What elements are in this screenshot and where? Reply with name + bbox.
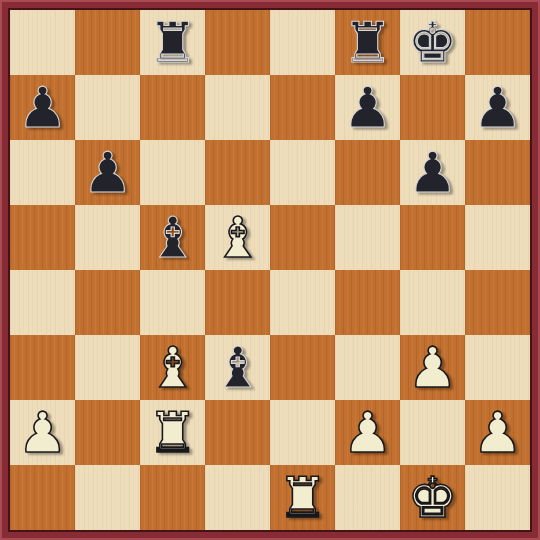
square-h7[interactable]: ♟ [465,75,530,140]
square-h2[interactable]: ♟ [465,400,530,465]
square-a1[interactable] [10,465,75,530]
square-f5[interactable] [335,205,400,270]
square-b7[interactable] [75,75,140,140]
piece-black-rook: ♜ [147,15,197,71]
square-c7[interactable] [140,75,205,140]
square-d8[interactable] [205,10,270,75]
square-b3[interactable] [75,335,140,400]
square-e1[interactable]: ♜ [270,465,335,530]
square-b8[interactable] [75,10,140,75]
square-d4[interactable] [205,270,270,335]
square-a4[interactable] [10,270,75,335]
square-g1[interactable]: ♚ [400,465,465,530]
square-e3[interactable] [270,335,335,400]
piece-white-rook: ♜ [277,470,327,526]
piece-white-pawn: ♟ [472,405,522,461]
piece-black-pawn: ♟ [17,80,67,136]
square-f4[interactable] [335,270,400,335]
square-e7[interactable] [270,75,335,140]
square-b1[interactable] [75,465,140,530]
square-d5[interactable]: ♝ [205,205,270,270]
square-g2[interactable] [400,400,465,465]
square-d1[interactable] [205,465,270,530]
square-a7[interactable]: ♟ [10,75,75,140]
square-h4[interactable] [465,270,530,335]
piece-white-pawn: ♟ [17,405,67,461]
piece-black-pawn: ♟ [82,145,132,201]
square-b5[interactable] [75,205,140,270]
square-h5[interactable] [465,205,530,270]
square-c1[interactable] [140,465,205,530]
square-g7[interactable] [400,75,465,140]
square-g5[interactable] [400,205,465,270]
piece-white-pawn: ♟ [342,405,392,461]
piece-black-king: ♚ [407,15,457,71]
square-e6[interactable] [270,140,335,205]
square-e5[interactable] [270,205,335,270]
square-g8[interactable]: ♚ [400,10,465,75]
square-c4[interactable] [140,270,205,335]
square-f3[interactable] [335,335,400,400]
square-c6[interactable] [140,140,205,205]
piece-black-bishop: ♝ [147,210,197,266]
piece-black-bishop: ♝ [212,340,262,396]
piece-white-pawn: ♟ [407,340,457,396]
square-e2[interactable] [270,400,335,465]
square-g3[interactable]: ♟ [400,335,465,400]
square-d3[interactable]: ♝ [205,335,270,400]
square-d2[interactable] [205,400,270,465]
square-g6[interactable]: ♟ [400,140,465,205]
square-b2[interactable] [75,400,140,465]
piece-white-bishop: ♝ [147,340,197,396]
square-f7[interactable]: ♟ [335,75,400,140]
square-a3[interactable] [10,335,75,400]
square-c2[interactable]: ♜ [140,400,205,465]
square-c3[interactable]: ♝ [140,335,205,400]
square-e4[interactable] [270,270,335,335]
piece-black-pawn: ♟ [472,80,522,136]
square-h8[interactable] [465,10,530,75]
square-a2[interactable]: ♟ [10,400,75,465]
square-b6[interactable]: ♟ [75,140,140,205]
square-h3[interactable] [465,335,530,400]
square-c5[interactable]: ♝ [140,205,205,270]
board-frame: ♜♜♚♟♟♟♟♟♝♝♝♝♟♟♜♟♟♜♚ [0,0,540,540]
square-a5[interactable] [10,205,75,270]
piece-white-king: ♚ [407,470,457,526]
square-b4[interactable] [75,270,140,335]
square-h6[interactable] [465,140,530,205]
piece-black-pawn: ♟ [407,145,457,201]
square-d7[interactable] [205,75,270,140]
chess-board: ♜♜♚♟♟♟♟♟♝♝♝♝♟♟♜♟♟♜♚ [8,8,532,532]
piece-black-pawn: ♟ [342,80,392,136]
square-f6[interactable] [335,140,400,205]
piece-black-rook: ♜ [342,15,392,71]
square-f2[interactable]: ♟ [335,400,400,465]
square-d6[interactable] [205,140,270,205]
piece-white-bishop: ♝ [212,210,262,266]
square-f8[interactable]: ♜ [335,10,400,75]
square-h1[interactable] [465,465,530,530]
piece-white-rook: ♜ [147,405,197,461]
square-a8[interactable] [10,10,75,75]
square-f1[interactable] [335,465,400,530]
square-e8[interactable] [270,10,335,75]
square-c8[interactable]: ♜ [140,10,205,75]
square-g4[interactable] [400,270,465,335]
square-a6[interactable] [10,140,75,205]
